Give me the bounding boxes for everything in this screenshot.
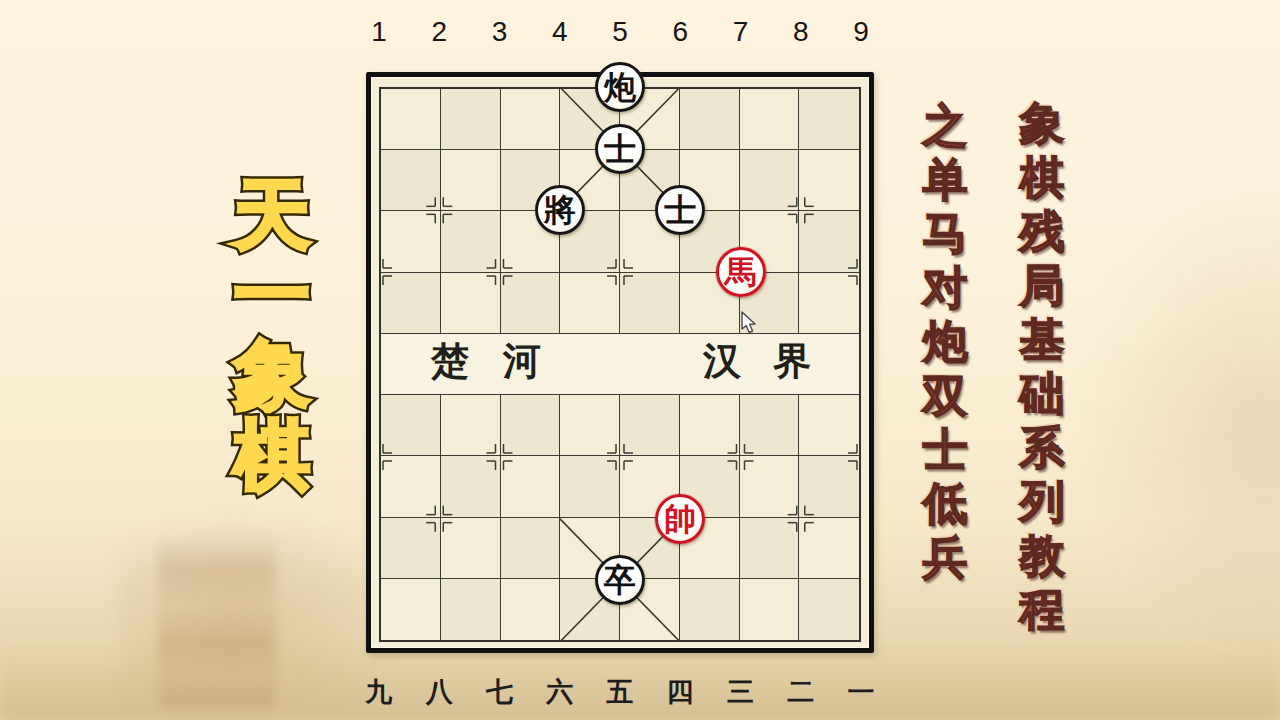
top-file-coordinates: 123456789 [379,16,861,50]
episode-title-char: 低 [917,478,973,532]
file-number-label: 5 [612,16,628,48]
piece-black-advisor[interactable]: 士 [655,185,705,235]
logo-char: 天 [220,176,324,256]
file-number-label: 9 [853,16,869,48]
series-title-char: 础 [1014,368,1070,422]
file-number-label: 8 [793,16,809,48]
episode-title-char: 对 [917,262,973,316]
logo-char: 一 [220,256,324,336]
file-numeral-label: 八 [426,674,453,710]
file-number-label: 1 [371,16,387,48]
series-title-char: 程 [1014,584,1070,638]
series-title-char: 教 [1014,530,1070,584]
episode-title-char: 炮 [917,316,973,370]
board-area: 楚河汉界 炮士將士馬帥卒 [379,87,861,642]
piece-red-horse[interactable]: 馬 [716,247,766,297]
file-numeral-label: 三 [727,674,754,710]
piece-black-cannon[interactable]: 炮 [595,62,645,112]
series-title-column: 象棋残局基础系列教程 [1014,98,1070,638]
series-title-char: 局 [1014,260,1070,314]
file-numeral-label: 一 [848,674,875,710]
episode-title-column: 之单马对炮双士低兵 [917,100,973,586]
logo-char: 棋 [220,416,324,496]
series-title-char: 基 [1014,314,1070,368]
file-number-label: 3 [492,16,508,48]
episode-title-char: 兵 [917,532,973,586]
file-numeral-label: 七 [486,674,513,710]
series-title-char: 系 [1014,422,1070,476]
pieces-layer: 炮士將士馬帥卒 [379,87,861,642]
video-frame: 天一象棋 123456789 楚河汉界 炮士將士馬帥卒 九八七六五四三二一 象棋… [0,0,1280,720]
file-number-label: 4 [552,16,568,48]
episode-title-char: 马 [917,208,973,262]
piece-red-general[interactable]: 帥 [655,494,705,544]
file-numeral-label: 五 [607,674,634,710]
file-numeral-label: 六 [546,674,573,710]
background-landscape-blob [118,505,408,720]
series-title-char: 列 [1014,476,1070,530]
episode-title-char: 双 [917,370,973,424]
file-numeral-label: 四 [667,674,694,710]
episode-title-char: 士 [917,424,973,478]
bottom-file-coordinates: 九八七六五四三二一 [379,674,861,708]
file-number-label: 6 [672,16,688,48]
file-numeral-label: 九 [366,674,393,710]
mouse-cursor [741,311,758,335]
background-shade-right [1080,190,1280,650]
xiangqi-board[interactable]: 楚河汉界 炮士將士馬帥卒 [366,72,874,653]
piece-black-soldier[interactable]: 卒 [595,555,645,605]
file-number-label: 7 [733,16,749,48]
series-title-char: 残 [1014,206,1070,260]
logo-char: 象 [220,336,324,416]
episode-title-char: 单 [917,154,973,208]
file-numeral-label: 二 [787,674,814,710]
background-pagoda-silhouette [158,538,276,708]
piece-black-general[interactable]: 將 [535,185,585,235]
piece-black-advisor[interactable]: 士 [595,124,645,174]
channel-logo-tianyi-xiangqi: 天一象棋 [220,176,324,496]
episode-title-char: 之 [917,100,973,154]
file-number-label: 2 [431,16,447,48]
series-title-char: 棋 [1014,152,1070,206]
series-title-char: 象 [1014,98,1070,152]
